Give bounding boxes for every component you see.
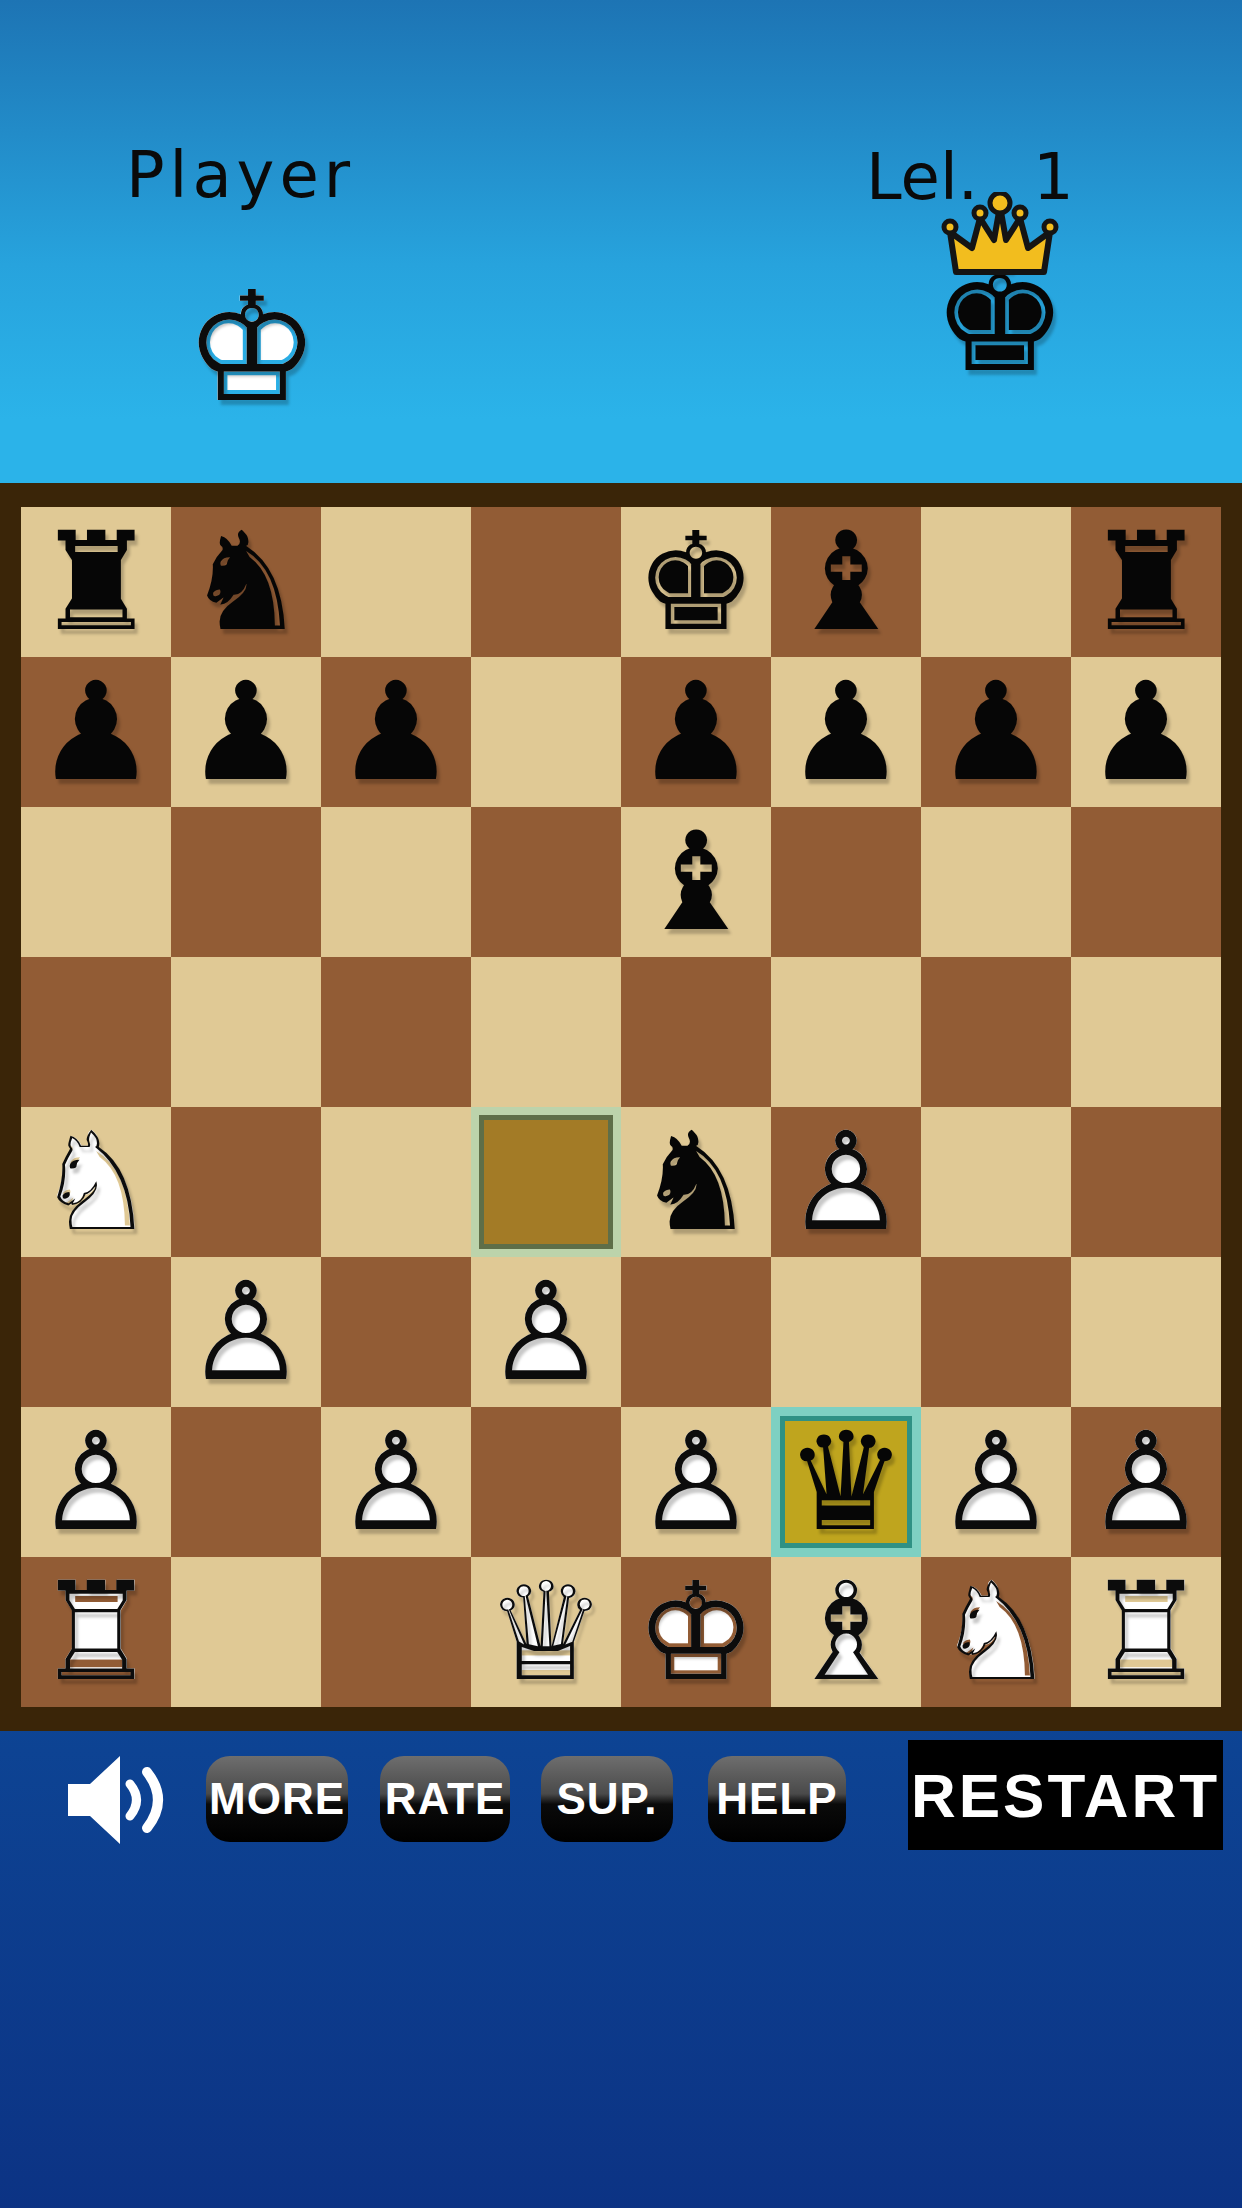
square-h4[interactable] [1071, 1107, 1221, 1257]
square-f3[interactable] [771, 1257, 921, 1407]
piece-white-rook: ♖ [1071, 1557, 1221, 1707]
piece-black-rook: ♜ [1071, 507, 1221, 657]
square-f7[interactable]: ♟ [771, 657, 921, 807]
square-g2[interactable]: ♟♙ [921, 1407, 1071, 1557]
square-a7[interactable]: ♟ [21, 657, 171, 807]
piece-black-queen: ♛ [771, 1407, 921, 1557]
square-f2[interactable]: ♛ [771, 1407, 921, 1557]
square-d2[interactable] [471, 1407, 621, 1557]
piece-black-rook: ♜ [21, 507, 171, 657]
square-e4[interactable]: ♞ [621, 1107, 771, 1257]
white-king-icon: ♔ [172, 240, 332, 455]
piece-white-king: ♔ [621, 1557, 771, 1707]
player-label: Player [126, 138, 355, 212]
piece-fill: ♜ [1071, 1557, 1221, 1707]
square-c8[interactable] [321, 507, 471, 657]
square-b8[interactable]: ♞ [171, 507, 321, 657]
cpu-avatar-black-king: ♚ [920, 196, 1080, 411]
piece-fill: ♟ [1071, 1407, 1221, 1557]
square-b2[interactable] [171, 1407, 321, 1557]
piece-fill: ♟ [21, 1407, 171, 1557]
piece-fill: ♟ [621, 1407, 771, 1557]
chess-board-frame: ♜♞♚♝♜♟♟♟♟♟♟♟♝♞♘♞♟♙♟♙♟♙♟♙♟♙♟♙♛♟♙♟♙♜♖♛♕♚♔♝… [0, 483, 1242, 1731]
square-b1[interactable] [171, 1557, 321, 1707]
piece-black-pawn: ♟ [621, 657, 771, 807]
app-screen: Player Lel. 1 ♚ ♔ ♚ ♜♞♚♝♜♟♟♟♟♟♟♟♝♞♘♞♟♙♟♙… [0, 0, 1242, 2208]
square-f5[interactable] [771, 957, 921, 1107]
speaker-icon[interactable] [62, 1750, 168, 1850]
piece-black-knight: ♞ [171, 507, 321, 657]
piece-white-pawn: ♙ [621, 1407, 771, 1557]
square-b6[interactable] [171, 807, 321, 957]
piece-fill: ♟ [171, 1257, 321, 1407]
piece-fill: ♛ [471, 1557, 621, 1707]
square-c2[interactable]: ♟♙ [321, 1407, 471, 1557]
piece-fill: ♟ [471, 1257, 621, 1407]
square-d8[interactable] [471, 507, 621, 657]
square-g6[interactable] [921, 807, 1071, 957]
player-avatar-white-king: ♚ ♔ [172, 240, 332, 455]
square-d6[interactable] [471, 807, 621, 957]
square-a1[interactable]: ♜♖ [21, 1557, 171, 1707]
piece-black-bishop: ♝ [621, 807, 771, 957]
square-g3[interactable] [921, 1257, 1071, 1407]
square-c6[interactable] [321, 807, 471, 957]
piece-white-pawn: ♙ [321, 1407, 471, 1557]
square-b7[interactable]: ♟ [171, 657, 321, 807]
piece-black-bishop: ♝ [771, 507, 921, 657]
square-c5[interactable] [321, 957, 471, 1107]
square-e1[interactable]: ♚♔ [621, 1557, 771, 1707]
square-g4[interactable] [921, 1107, 1071, 1257]
square-c4[interactable] [321, 1107, 471, 1257]
square-c1[interactable] [321, 1557, 471, 1707]
chess-board: ♜♞♚♝♜♟♟♟♟♟♟♟♝♞♘♞♟♙♟♙♟♙♟♙♟♙♟♙♛♟♙♟♙♜♖♛♕♚♔♝… [21, 507, 1221, 1707]
square-g8[interactable] [921, 507, 1071, 657]
piece-white-pawn: ♙ [1071, 1407, 1221, 1557]
square-g1[interactable]: ♞♘ [921, 1557, 1071, 1707]
square-d4[interactable] [471, 1107, 621, 1257]
square-f4[interactable]: ♟♙ [771, 1107, 921, 1257]
square-h8[interactable]: ♜ [1071, 507, 1221, 657]
square-e5[interactable] [621, 957, 771, 1107]
piece-fill: ♟ [921, 1407, 1071, 1557]
square-h1[interactable]: ♜♖ [1071, 1557, 1221, 1707]
square-h7[interactable]: ♟ [1071, 657, 1221, 807]
square-g5[interactable] [921, 957, 1071, 1107]
piece-fill: ♝ [771, 1557, 921, 1707]
piece-black-pawn: ♟ [171, 657, 321, 807]
piece-white-pawn: ♙ [471, 1257, 621, 1407]
square-a3[interactable] [21, 1257, 171, 1407]
square-g7[interactable]: ♟ [921, 657, 1071, 807]
square-d1[interactable]: ♛♕ [471, 1557, 621, 1707]
piece-white-bishop: ♗ [771, 1557, 921, 1707]
piece-white-pawn: ♙ [921, 1407, 1071, 1557]
square-h2[interactable]: ♟♙ [1071, 1407, 1221, 1557]
square-d5[interactable] [471, 957, 621, 1107]
square-b5[interactable] [171, 957, 321, 1107]
piece-fill: ♟ [321, 1407, 471, 1557]
piece-black-pawn: ♟ [921, 657, 1071, 807]
square-h5[interactable] [1071, 957, 1221, 1107]
square-e7[interactable]: ♟ [621, 657, 771, 807]
piece-black-pawn: ♟ [321, 657, 471, 807]
piece-fill: ♜ [21, 1557, 171, 1707]
square-a8[interactable]: ♜ [21, 507, 171, 657]
square-c7[interactable]: ♟ [321, 657, 471, 807]
piece-white-rook: ♖ [21, 1557, 171, 1707]
square-c3[interactable] [321, 1257, 471, 1407]
crown-icon [936, 192, 1064, 280]
help-button[interactable]: HELP [708, 1756, 846, 1842]
white-king-fill: ♚ [172, 240, 332, 455]
piece-white-knight: ♘ [921, 1557, 1071, 1707]
piece-white-queen: ♕ [471, 1557, 621, 1707]
square-f1[interactable]: ♝♗ [771, 1557, 921, 1707]
square-e2[interactable]: ♟♙ [621, 1407, 771, 1557]
square-b4[interactable] [171, 1107, 321, 1257]
piece-black-pawn: ♟ [771, 657, 921, 807]
piece-black-pawn: ♟ [1071, 657, 1221, 807]
piece-white-pawn: ♙ [171, 1257, 321, 1407]
support-button[interactable]: SUP. [541, 1756, 673, 1842]
piece-black-king: ♚ [621, 507, 771, 657]
square-h6[interactable] [1071, 807, 1221, 957]
square-a6[interactable] [21, 807, 171, 957]
square-f8[interactable]: ♝ [771, 507, 921, 657]
square-a4[interactable]: ♞♘ [21, 1107, 171, 1257]
rate-button[interactable]: RATE [380, 1756, 510, 1842]
square-h3[interactable] [1071, 1257, 1221, 1407]
square-f6[interactable] [771, 807, 921, 957]
piece-white-pawn: ♙ [21, 1407, 171, 1557]
square-d3[interactable]: ♟♙ [471, 1257, 621, 1407]
piece-black-knight: ♞ [621, 1107, 771, 1257]
piece-fill: ♞ [921, 1557, 1071, 1707]
piece-white-knight: ♘ [21, 1107, 171, 1257]
square-b3[interactable]: ♟♙ [171, 1257, 321, 1407]
square-e8[interactable]: ♚ [621, 507, 771, 657]
square-d7[interactable] [471, 657, 621, 807]
piece-black-pawn: ♟ [21, 657, 171, 807]
piece-fill: ♚ [621, 1557, 771, 1707]
restart-button[interactable]: RESTART [908, 1740, 1223, 1850]
square-a5[interactable] [21, 957, 171, 1107]
piece-white-pawn: ♙ [771, 1107, 921, 1257]
square-a2[interactable]: ♟♙ [21, 1407, 171, 1557]
piece-fill: ♟ [771, 1107, 921, 1257]
square-e3[interactable] [621, 1257, 771, 1407]
more-button[interactable]: MORE [206, 1756, 348, 1842]
piece-fill: ♞ [21, 1107, 171, 1257]
square-e6[interactable]: ♝ [621, 807, 771, 957]
